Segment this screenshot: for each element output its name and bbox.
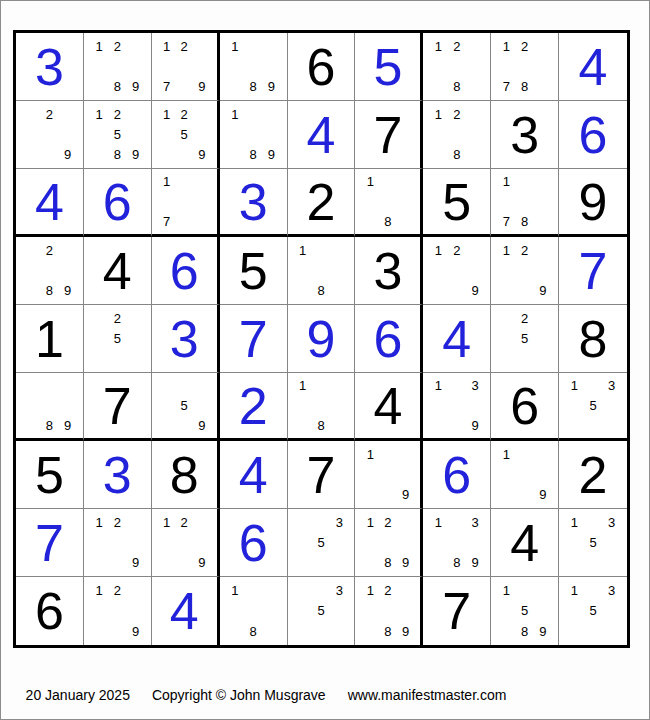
cell-r6c3[interactable]: 59 — [152, 373, 220, 441]
candidate-digit: 2 — [108, 308, 126, 328]
candidate-digit: 1 — [361, 580, 379, 601]
cell-r2c1[interactable]: 29 — [16, 101, 84, 169]
cell-r4c3[interactable]: 6 — [152, 237, 220, 305]
candidate-digit: 2 — [379, 512, 397, 532]
cell-r1c9[interactable]: 4 — [559, 33, 627, 101]
given-digit: 8 — [170, 449, 199, 501]
cell-r9c7[interactable]: 7 — [423, 577, 491, 645]
cell-r8c3[interactable]: 129 — [152, 509, 220, 577]
candidate-grid: 129 — [90, 580, 145, 642]
cell-r5c1[interactable]: 1 — [16, 305, 84, 373]
candidate-digit: 2 — [108, 512, 126, 532]
cell-r5c8[interactable]: 25 — [491, 305, 559, 373]
candidate-digit: 9 — [466, 281, 484, 301]
candidate-digit: 9 — [59, 281, 77, 301]
cell-r8c5[interactable]: 35 — [288, 509, 356, 577]
candidate-digit: 2 — [175, 36, 193, 56]
cell-r3c8[interactable]: 178 — [491, 169, 559, 237]
candidate-digit: 7 — [497, 211, 515, 231]
candidate-grid: 18 — [226, 580, 281, 642]
cell-r3c4[interactable]: 3 — [220, 169, 288, 237]
solved-digit: 7 — [579, 245, 608, 297]
cell-r5c3[interactable]: 3 — [152, 305, 220, 373]
footer-copyright: Copyright © John Musgrave — [152, 687, 326, 703]
cell-r2c6[interactable]: 7 — [355, 101, 423, 169]
candidate-digit: 2 — [516, 308, 534, 328]
candidate-digit: 9 — [193, 145, 211, 165]
candidate-grid: 135 — [565, 580, 621, 642]
candidate-digit: 1 — [226, 580, 244, 601]
candidate-digit: 5 — [108, 124, 126, 144]
cell-r2c3[interactable]: 1259 — [152, 101, 220, 169]
cell-r2c5[interactable]: 4 — [288, 101, 356, 169]
cell-r1c7[interactable]: 128 — [423, 33, 491, 101]
cell-r5c6[interactable]: 6 — [355, 305, 423, 373]
solved-digit: 6 — [442, 449, 471, 501]
candidate-grid: 17 — [158, 172, 211, 231]
candidate-digit: 2 — [516, 240, 534, 260]
candidate-digit: 3 — [602, 376, 621, 396]
candidate-digit: 7 — [158, 77, 176, 97]
cell-r9c2[interactable]: 129 — [84, 577, 152, 645]
candidate-digit: 3 — [466, 376, 484, 396]
cell-r6c8[interactable]: 6 — [491, 373, 559, 441]
cell-r8c2[interactable]: 129 — [84, 509, 152, 577]
candidate-digit: 1 — [497, 240, 515, 260]
candidate-digit: 8 — [40, 281, 58, 301]
candidate-digit: 1 — [294, 240, 312, 260]
cell-r9c3[interactable]: 4 — [152, 577, 220, 645]
given-digit: 2 — [579, 449, 608, 501]
cell-r2c8[interactable]: 3 — [491, 101, 559, 169]
candidate-digit: 5 — [516, 601, 534, 622]
cell-r3c9[interactable]: 9 — [559, 169, 627, 237]
candidate-digit: 9 — [262, 145, 280, 165]
given-digit: 4 — [510, 517, 539, 569]
candidate-digit: 9 — [59, 415, 77, 435]
cell-r9c5[interactable]: 35 — [288, 577, 356, 645]
candidate-digit: 1 — [226, 36, 244, 56]
given-digit: 5 — [239, 245, 268, 297]
candidate-digit: 1 — [565, 580, 584, 601]
candidate-digit: 8 — [312, 415, 330, 435]
candidate-digit: 2 — [40, 240, 58, 260]
candidate-digit: 5 — [312, 532, 330, 552]
candidate-digit: 8 — [40, 415, 58, 435]
candidate-digit: 8 — [244, 621, 262, 642]
candidate-grid: 128 — [429, 36, 484, 97]
solved-digit: 7 — [35, 517, 64, 569]
sudoku-board: 3128912791896512812784291258912591894712… — [13, 30, 630, 648]
candidate-grid: 135 — [565, 512, 621, 573]
solved-digit: 3 — [103, 449, 132, 501]
cell-r4c4[interactable]: 5 — [220, 237, 288, 305]
candidate-grid: 1259 — [158, 104, 211, 165]
candidate-grid: 19 — [497, 444, 552, 505]
candidate-grid: 129 — [429, 240, 484, 301]
cell-r2c2[interactable]: 12589 — [84, 101, 152, 169]
given-digit: 5 — [442, 176, 471, 228]
candidate-digit: 2 — [448, 240, 466, 260]
solved-digit: 4 — [579, 41, 608, 93]
given-digit: 5 — [35, 449, 64, 501]
candidate-digit: 1 — [497, 580, 515, 601]
candidate-digit: 9 — [397, 621, 415, 642]
cell-r3c7[interactable]: 5 — [423, 169, 491, 237]
cell-r6c5[interactable]: 18 — [288, 373, 356, 441]
candidate-digit: 1 — [90, 512, 108, 532]
candidate-digit: 5 — [584, 396, 603, 416]
candidate-digit: 3 — [330, 512, 348, 532]
candidate-digit: 9 — [262, 77, 280, 97]
candidate-grid: 12589 — [90, 104, 145, 165]
cell-r7c3[interactable]: 8 — [152, 441, 220, 509]
cell-r2c4[interactable]: 189 — [220, 101, 288, 169]
candidate-digit: 8 — [516, 211, 534, 231]
cell-r5c9[interactable]: 8 — [559, 305, 627, 373]
candidate-digit: 1 — [429, 376, 447, 396]
candidate-grid: 25 — [90, 308, 145, 369]
solved-digit: 6 — [103, 176, 132, 228]
cell-r8c9[interactable]: 135 — [559, 509, 627, 577]
candidate-digit: 1 — [90, 104, 108, 124]
candidate-grid: 18 — [361, 172, 414, 231]
footer: 20 January 2025 Copyright © John Musgrav… — [1, 687, 649, 703]
cell-r1c4[interactable]: 189 — [220, 33, 288, 101]
candidate-digit: 2 — [448, 36, 466, 56]
candidate-digit: 9 — [466, 553, 484, 573]
candidate-digit: 2 — [379, 580, 397, 601]
candidate-grid: 89 — [22, 376, 77, 435]
candidate-digit: 8 — [108, 145, 126, 165]
candidate-digit: 9 — [397, 553, 415, 573]
cell-r7c6[interactable]: 19 — [355, 441, 423, 509]
candidate-digit: 2 — [448, 104, 466, 124]
solved-digit: 4 — [239, 449, 268, 501]
cell-r8c7[interactable]: 1389 — [423, 509, 491, 577]
candidate-digit: 1 — [497, 36, 515, 56]
candidate-grid: 1278 — [497, 36, 552, 97]
candidate-grid: 129 — [158, 512, 211, 573]
candidate-digit: 9 — [193, 553, 211, 573]
solved-digit: 4 — [442, 313, 471, 365]
given-digit: 6 — [510, 380, 539, 432]
candidate-digit: 5 — [175, 396, 193, 416]
cell-r4c6[interactable]: 3 — [355, 237, 423, 305]
cell-r5c2[interactable]: 25 — [84, 305, 152, 373]
candidate-digit: 2 — [40, 104, 58, 124]
candidate-digit: 1 — [429, 104, 447, 124]
candidate-digit: 1 — [90, 580, 108, 601]
candidate-grid: 35 — [294, 512, 349, 573]
given-digit: 7 — [373, 109, 402, 161]
cell-r9c8[interactable]: 1589 — [491, 577, 559, 645]
cell-r9c1[interactable]: 6 — [16, 577, 84, 645]
solved-digit: 7 — [239, 313, 268, 365]
candidate-digit: 2 — [175, 104, 193, 124]
candidate-grid: 139 — [429, 376, 484, 435]
candidate-digit: 2 — [108, 104, 126, 124]
candidate-digit: 9 — [126, 553, 144, 573]
cell-r6c7[interactable]: 139 — [423, 373, 491, 441]
cell-r6c1[interactable]: 89 — [16, 373, 84, 441]
cell-r6c6[interactable]: 4 — [355, 373, 423, 441]
candidate-digit: 3 — [330, 580, 348, 601]
given-digit: 4 — [373, 380, 402, 432]
candidate-digit: 8 — [312, 281, 330, 301]
candidate-digit: 9 — [126, 621, 144, 642]
cell-r3c1[interactable]: 4 — [16, 169, 84, 237]
candidate-digit: 5 — [108, 328, 126, 348]
cell-r7c7[interactable]: 6 — [423, 441, 491, 509]
candidate-digit: 9 — [59, 145, 77, 165]
candidate-digit: 1 — [90, 36, 108, 56]
given-digit: 7 — [103, 380, 132, 432]
candidate-digit: 1 — [361, 172, 379, 192]
candidate-grid: 289 — [22, 240, 77, 301]
candidate-grid: 135 — [565, 376, 621, 435]
cell-r4c7[interactable]: 129 — [423, 237, 491, 305]
cell-r8c6[interactable]: 1289 — [355, 509, 423, 577]
cell-r8c1[interactable]: 7 — [16, 509, 84, 577]
candidate-digit: 1 — [429, 240, 447, 260]
candidate-grid: 1289 — [361, 580, 414, 642]
cell-r4c1[interactable]: 289 — [16, 237, 84, 305]
cell-r3c2[interactable]: 6 — [84, 169, 152, 237]
candidate-grid: 19 — [361, 444, 414, 505]
solved-digit: 6 — [373, 313, 402, 365]
candidate-digit: 8 — [379, 211, 397, 231]
candidate-digit: 3 — [466, 512, 484, 532]
candidate-grid: 1289 — [90, 36, 145, 97]
candidate-digit: 8 — [379, 553, 397, 573]
footer-date: 20 January 2025 — [26, 687, 130, 703]
candidate-digit: 9 — [126, 77, 144, 97]
cell-r5c5[interactable]: 9 — [288, 305, 356, 373]
solved-digit: 4 — [35, 176, 64, 228]
solved-digit: 6 — [170, 245, 199, 297]
candidate-digit: 8 — [244, 77, 262, 97]
candidate-digit: 9 — [193, 415, 211, 435]
given-digit: 8 — [579, 313, 608, 365]
cell-r8c4[interactable]: 6 — [220, 509, 288, 577]
cell-r9c6[interactable]: 1289 — [355, 577, 423, 645]
candidate-digit: 1 — [226, 104, 244, 124]
cell-r6c4[interactable]: 2 — [220, 373, 288, 441]
cell-r4c2[interactable]: 4 — [84, 237, 152, 305]
candidate-digit: 5 — [584, 601, 603, 622]
candidate-grid: 189 — [226, 104, 281, 165]
candidate-digit: 1 — [361, 444, 379, 464]
cell-r7c9[interactable]: 2 — [559, 441, 627, 509]
candidate-grid: 59 — [158, 376, 211, 435]
candidate-digit: 1 — [158, 512, 176, 532]
cell-r7c4[interactable]: 4 — [220, 441, 288, 509]
cell-r6c2[interactable]: 7 — [84, 373, 152, 441]
candidate-digit: 5 — [312, 601, 330, 622]
candidate-grid: 129 — [497, 240, 552, 301]
solved-digit: 9 — [307, 313, 336, 365]
candidate-digit: 1 — [158, 104, 176, 124]
cell-r3c6[interactable]: 18 — [355, 169, 423, 237]
candidate-digit: 8 — [516, 621, 534, 642]
candidate-grid: 29 — [22, 104, 77, 165]
candidate-digit: 8 — [448, 77, 466, 97]
given-digit: 3 — [510, 109, 539, 161]
given-digit: 1 — [35, 313, 64, 365]
candidate-digit: 1 — [294, 376, 312, 396]
cell-r2c9[interactable]: 6 — [559, 101, 627, 169]
candidate-digit: 9 — [397, 485, 415, 505]
cell-r4c9[interactable]: 7 — [559, 237, 627, 305]
solved-digit: 3 — [35, 41, 64, 93]
candidate-digit: 5 — [175, 124, 193, 144]
cell-r9c4[interactable]: 18 — [220, 577, 288, 645]
solved-digit: 3 — [239, 176, 268, 228]
footer-website: www.manifestmaster.com — [348, 687, 507, 703]
candidate-grid: 1279 — [158, 36, 211, 97]
page: 3128912791896512812784291258912591894712… — [0, 0, 650, 720]
solved-digit: 4 — [170, 585, 199, 637]
candidate-digit: 1 — [497, 444, 515, 464]
given-digit: 7 — [307, 449, 336, 501]
candidate-digit: 9 — [126, 145, 144, 165]
candidate-grid: 129 — [90, 512, 145, 573]
given-digit: 6 — [307, 41, 336, 93]
candidate-digit: 2 — [516, 36, 534, 56]
cell-r9c9[interactable]: 135 — [559, 577, 627, 645]
candidate-digit: 5 — [584, 532, 603, 552]
candidate-digit: 9 — [534, 281, 552, 301]
cell-r5c4[interactable]: 7 — [220, 305, 288, 373]
candidate-digit: 8 — [448, 553, 466, 573]
candidate-digit: 1 — [158, 36, 176, 56]
candidate-digit: 9 — [466, 415, 484, 435]
cell-r1c5[interactable]: 6 — [288, 33, 356, 101]
candidate-digit: 1 — [429, 512, 447, 532]
candidate-grid: 18 — [294, 376, 349, 435]
solved-digit: 5 — [373, 41, 402, 93]
cell-r8c8[interactable]: 4 — [491, 509, 559, 577]
given-digit: 2 — [307, 176, 336, 228]
cell-r6c9[interactable]: 135 — [559, 373, 627, 441]
candidate-grid: 18 — [294, 240, 349, 301]
given-digit: 7 — [442, 585, 471, 637]
candidate-digit: 1 — [565, 376, 584, 396]
cell-r7c2[interactable]: 3 — [84, 441, 152, 509]
cell-r4c5[interactable]: 18 — [288, 237, 356, 305]
candidate-digit: 3 — [602, 512, 621, 532]
given-digit: 6 — [35, 585, 64, 637]
solved-digit: 6 — [239, 517, 268, 569]
cell-r3c5[interactable]: 2 — [288, 169, 356, 237]
cell-r1c1[interactable]: 3 — [16, 33, 84, 101]
candidate-digit: 3 — [602, 580, 621, 601]
candidate-digit: 1 — [497, 172, 515, 192]
candidate-digit: 9 — [534, 485, 552, 505]
candidate-grid: 128 — [429, 104, 484, 165]
candidate-grid: 1389 — [429, 512, 484, 573]
cell-r1c6[interactable]: 5 — [355, 33, 423, 101]
candidate-digit: 8 — [448, 145, 466, 165]
cell-r3c3[interactable]: 17 — [152, 169, 220, 237]
cell-r7c1[interactable]: 5 — [16, 441, 84, 509]
candidate-grid: 1589 — [497, 580, 552, 642]
candidate-digit: 8 — [244, 145, 262, 165]
candidate-digit: 7 — [158, 211, 176, 231]
solved-digit: 3 — [170, 313, 199, 365]
candidate-grid: 1289 — [361, 512, 414, 573]
cell-r2c7[interactable]: 128 — [423, 101, 491, 169]
solved-digit: 6 — [579, 109, 608, 161]
cell-r7c5[interactable]: 7 — [288, 441, 356, 509]
candidate-digit: 9 — [193, 77, 211, 97]
solved-digit: 4 — [307, 109, 336, 161]
candidate-digit: 1 — [429, 36, 447, 56]
candidate-digit: 2 — [175, 512, 193, 532]
candidate-digit: 8 — [516, 77, 534, 97]
given-digit: 9 — [579, 176, 608, 228]
candidate-digit: 7 — [497, 77, 515, 97]
candidate-digit: 8 — [379, 621, 397, 642]
candidate-digit: 2 — [108, 580, 126, 601]
cell-r5c7[interactable]: 4 — [423, 305, 491, 373]
candidate-digit: 5 — [516, 328, 534, 348]
candidate-digit: 9 — [534, 621, 552, 642]
given-digit: 4 — [103, 245, 132, 297]
candidate-digit: 1 — [158, 172, 176, 192]
candidate-digit: 8 — [108, 77, 126, 97]
candidate-digit: 2 — [108, 36, 126, 56]
candidate-grid: 35 — [294, 580, 349, 642]
cell-r1c8[interactable]: 1278 — [491, 33, 559, 101]
cell-r7c8[interactable]: 19 — [491, 441, 559, 509]
candidate-digit: 1 — [565, 512, 584, 532]
cell-r4c8[interactable]: 129 — [491, 237, 559, 305]
cell-r1c3[interactable]: 1279 — [152, 33, 220, 101]
given-digit: 3 — [373, 245, 402, 297]
candidate-digit: 1 — [361, 512, 379, 532]
cell-r1c2[interactable]: 1289 — [84, 33, 152, 101]
candidate-grid: 189 — [226, 36, 281, 97]
solved-digit: 2 — [239, 380, 268, 432]
candidate-grid: 25 — [497, 308, 552, 369]
candidate-grid: 178 — [497, 172, 552, 231]
